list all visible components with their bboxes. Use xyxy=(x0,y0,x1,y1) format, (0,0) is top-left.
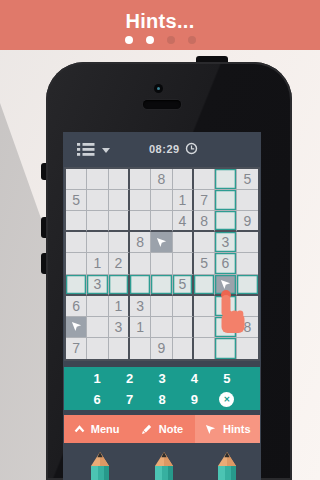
cell-r4c4[interactable]: 8 xyxy=(130,232,151,253)
cell-r5c4[interactable] xyxy=(130,253,151,274)
app-topbar: 08:29 xyxy=(63,132,261,167)
cell-r1c3[interactable] xyxy=(109,169,130,190)
cell-value: 3 xyxy=(222,235,230,249)
cell-r3c2[interactable] xyxy=(87,211,108,232)
cell-r3c8[interactable] xyxy=(215,211,236,232)
cell-r1c8[interactable] xyxy=(215,169,236,190)
cell-r2c3[interactable] xyxy=(109,190,130,211)
cell-r5c9[interactable] xyxy=(237,253,258,274)
cell-r1c2[interactable] xyxy=(87,169,108,190)
numpad-key-6[interactable]: 6 xyxy=(81,389,113,410)
cell-r9c8[interactable] xyxy=(215,338,236,359)
speaker-grille xyxy=(143,100,181,109)
page-title: Hints... xyxy=(0,10,320,33)
cell-value: 9 xyxy=(158,341,166,355)
cell-value: 4 xyxy=(178,214,186,228)
cell-value: 5 xyxy=(200,256,208,270)
hint-hand-pointer xyxy=(213,289,249,337)
delete-icon: ✕ xyxy=(219,392,234,407)
caret-down-icon[interactable] xyxy=(102,148,110,153)
cell-r9c7[interactable] xyxy=(194,338,215,359)
cell-r6c5[interactable] xyxy=(151,275,172,296)
numpad-key-2[interactable]: 2 xyxy=(113,368,145,389)
cell-r2c6[interactable]: 1 xyxy=(173,190,194,211)
cell-r3c7[interactable]: 8 xyxy=(194,211,215,232)
page-dot[interactable] xyxy=(167,36,175,44)
cell-r8c2[interactable] xyxy=(87,317,108,338)
cell-r6c3[interactable] xyxy=(109,275,130,296)
cell-r1c7[interactable] xyxy=(194,169,215,190)
pencil-icon xyxy=(141,423,153,435)
cell-value: 1 xyxy=(136,320,144,334)
cell-r5c5[interactable] xyxy=(151,253,172,274)
cell-r8c1[interactable] xyxy=(66,317,87,338)
pencil-icon[interactable] xyxy=(216,452,238,480)
cell-r3c3[interactable] xyxy=(109,211,130,232)
numpad-key-8[interactable]: 8 xyxy=(146,389,178,410)
cell-r1c9[interactable]: 5 xyxy=(237,169,258,190)
camera-icon xyxy=(154,84,163,93)
cell-r5c7[interactable]: 5 xyxy=(194,253,215,274)
menu-tab[interactable]: Menu xyxy=(64,415,129,443)
cell-r7c6[interactable] xyxy=(173,296,194,317)
cell-value: 7 xyxy=(200,193,208,207)
cell-r7c5[interactable] xyxy=(151,296,172,317)
cell-r2c5[interactable] xyxy=(151,190,172,211)
cell-value: 5 xyxy=(243,172,251,186)
cell-r7c1[interactable]: 6 xyxy=(66,296,87,317)
cell-r4c3[interactable] xyxy=(109,232,130,253)
cell-value: 7 xyxy=(72,341,80,355)
cell-r8c6[interactable] xyxy=(173,317,194,338)
bottom-toolbar: Menu Note Hints xyxy=(64,415,260,443)
numpad-key-4[interactable]: 4 xyxy=(178,368,210,389)
cell-r9c2[interactable] xyxy=(87,338,108,359)
cell-r5c2[interactable]: 1 xyxy=(87,253,108,274)
cell-value: 8 xyxy=(200,214,208,228)
cell-r6c1[interactable] xyxy=(66,275,87,296)
cell-value: 3 xyxy=(94,277,102,291)
note-tab[interactable]: Note xyxy=(129,415,194,443)
menu-tab-label: Menu xyxy=(91,423,120,435)
tutorial-banner: Hints... xyxy=(0,0,320,50)
cell-r4c7[interactable] xyxy=(194,232,215,253)
note-tab-label: Note xyxy=(159,423,183,435)
cell-r2c4[interactable] xyxy=(130,190,151,211)
cell-r7c3[interactable]: 1 xyxy=(109,296,130,317)
cell-r2c9[interactable] xyxy=(237,190,258,211)
clock-icon xyxy=(185,142,198,155)
list-menu-icon[interactable] xyxy=(76,142,96,157)
cell-r9c4[interactable] xyxy=(130,338,151,359)
cell-r3c1[interactable] xyxy=(66,211,87,232)
cell-r7c4[interactable]: 3 xyxy=(130,296,151,317)
cell-r2c2[interactable] xyxy=(87,190,108,211)
pencil-icon[interactable] xyxy=(89,452,111,480)
cell-r4c8[interactable]: 3 xyxy=(215,232,236,253)
paper-plane-icon xyxy=(155,236,168,249)
numpad-key-3[interactable]: 3 xyxy=(146,368,178,389)
pencil-icon[interactable] xyxy=(153,452,175,480)
paper-plane-icon xyxy=(70,320,83,333)
page-dot-active[interactable] xyxy=(125,36,133,44)
cell-r8c5[interactable] xyxy=(151,317,172,338)
cell-r2c8[interactable] xyxy=(215,190,236,211)
cell-r3c5[interactable] xyxy=(151,211,172,232)
hints-tab[interactable]: Hints xyxy=(195,415,260,443)
timer-value: 08:29 xyxy=(149,143,180,155)
numpad-key-delete[interactable]: ✕ xyxy=(211,389,243,410)
numpad-key-5[interactable]: 5 xyxy=(211,368,243,389)
phone-frame: 08:29 855174898312563561331879 123456789… xyxy=(46,62,292,480)
page-dots xyxy=(0,36,320,44)
cell-r5c1[interactable] xyxy=(66,253,87,274)
cell-r2c1[interactable]: 5 xyxy=(66,190,87,211)
numpad-key-1[interactable]: 1 xyxy=(81,368,113,389)
cell-value: 3 xyxy=(114,320,122,334)
app-screen: 08:29 855174898312563561331879 123456789… xyxy=(63,132,261,480)
cell-r1c6[interactable] xyxy=(173,169,194,190)
number-pad: 123456789✕ xyxy=(64,367,260,410)
cell-value: 1 xyxy=(178,193,186,207)
cell-r2c7[interactable]: 7 xyxy=(194,190,215,211)
cell-r9c9[interactable] xyxy=(237,338,258,359)
cell-r8c4[interactable]: 1 xyxy=(130,317,151,338)
cell-r3c9[interactable]: 9 xyxy=(237,211,258,232)
cell-value: 9 xyxy=(243,214,251,228)
cell-r6c2[interactable]: 3 xyxy=(87,275,108,296)
cell-value: 6 xyxy=(222,256,230,270)
cell-r9c6[interactable] xyxy=(173,338,194,359)
cell-value: 6 xyxy=(72,299,80,313)
cell-value: 5 xyxy=(72,193,80,207)
cell-r6c4[interactable] xyxy=(130,275,151,296)
cell-r5c3[interactable]: 2 xyxy=(109,253,130,274)
cell-r6c6[interactable]: 5 xyxy=(173,275,194,296)
cell-value: 1 xyxy=(114,299,122,313)
cell-r1c4[interactable] xyxy=(130,169,151,190)
numpad-key-7[interactable]: 7 xyxy=(113,389,145,410)
cell-r4c1[interactable] xyxy=(66,232,87,253)
cell-r8c3[interactable]: 3 xyxy=(109,317,130,338)
cell-value: 8 xyxy=(158,172,166,186)
cell-r4c6[interactable] xyxy=(173,232,194,253)
cell-value: 8 xyxy=(136,235,144,249)
cell-r4c9[interactable] xyxy=(237,232,258,253)
cell-value: 3 xyxy=(136,299,144,313)
cell-r4c2[interactable] xyxy=(87,232,108,253)
cell-r9c1[interactable]: 7 xyxy=(66,338,87,359)
cell-value: 2 xyxy=(114,256,122,270)
chevron-up-icon xyxy=(74,425,85,433)
timer: 08:29 xyxy=(149,142,198,155)
cell-r4c5[interactable] xyxy=(151,232,172,253)
cell-value: 1 xyxy=(94,256,102,270)
cell-r3c6[interactable]: 4 xyxy=(173,211,194,232)
cell-value: 5 xyxy=(178,277,186,291)
page-dot-active[interactable] xyxy=(146,36,154,44)
cell-r3c4[interactable] xyxy=(130,211,151,232)
cell-r1c5[interactable]: 8 xyxy=(151,169,172,190)
pencil-drawer xyxy=(64,443,260,480)
page-dot[interactable] xyxy=(188,36,196,44)
cell-r9c5[interactable]: 9 xyxy=(151,338,172,359)
paper-plane-icon xyxy=(204,423,217,436)
cell-r5c8[interactable]: 6 xyxy=(215,253,236,274)
cell-r5c6[interactable] xyxy=(173,253,194,274)
numpad-key-9[interactable]: 9 xyxy=(178,389,210,410)
cell-r7c2[interactable] xyxy=(87,296,108,317)
cell-r9c3[interactable] xyxy=(109,338,130,359)
cell-r1c1[interactable] xyxy=(66,169,87,190)
hints-tab-label: Hints xyxy=(223,423,251,435)
